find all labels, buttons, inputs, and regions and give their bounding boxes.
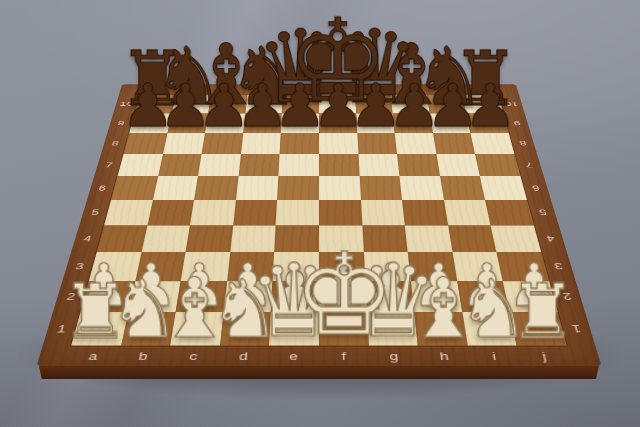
square-j9: ♟	[466, 113, 508, 133]
square-e5	[276, 200, 319, 225]
square-j6	[480, 176, 527, 200]
rank-label-10: 10	[500, 100, 523, 107]
square-g6	[359, 176, 402, 200]
file-label-c: c	[168, 349, 220, 362]
square-i6	[440, 176, 485, 200]
square-a6	[111, 176, 158, 200]
square-c5	[190, 200, 236, 225]
chess-board: ♜♞♝♞♛♚♛♝♞♜♟♟♟♟♟♟♟♟♟♟♟♟♟♟♟♟♟♟♟♟♜♞♝♞♛♚♛♝♞♜…	[37, 84, 602, 366]
rank-label-7: 7	[516, 161, 541, 169]
square-i8	[433, 133, 476, 154]
square-f8	[319, 133, 358, 154]
square-f1: ♚	[319, 312, 369, 345]
square-i5	[444, 200, 491, 225]
square-c8	[202, 133, 243, 154]
square-e8	[280, 133, 319, 154]
square-d5	[233, 200, 277, 225]
square-f7	[319, 154, 359, 176]
square-a4	[97, 225, 147, 252]
square-e6	[277, 176, 319, 200]
white-king: ♚	[293, 238, 395, 352]
rank-label-5: 5	[82, 208, 109, 217]
square-b7	[158, 154, 202, 176]
rank-label-6: 6	[523, 184, 549, 193]
square-j8	[471, 133, 515, 154]
square-d8	[241, 133, 281, 154]
square-f6	[319, 176, 361, 200]
square-i7	[436, 154, 480, 176]
rank-label-6: 6	[89, 184, 115, 193]
square-a7	[117, 154, 162, 176]
square-e7	[279, 154, 319, 176]
rank-label-10: 10	[115, 100, 138, 107]
square-h7	[397, 154, 440, 176]
rank-label-5: 5	[529, 208, 556, 217]
square-d7	[238, 154, 280, 176]
square-h6	[400, 176, 444, 200]
file-label-a: a	[67, 349, 120, 362]
file-label-b: b	[117, 349, 170, 362]
square-a8	[124, 133, 168, 154]
square-c6	[194, 176, 238, 200]
square-h5	[402, 200, 448, 225]
file-label-j: j	[518, 349, 571, 362]
board-front-edge	[39, 366, 599, 379]
file-label-d: d	[218, 349, 269, 362]
rank-label-9: 9	[109, 120, 133, 127]
white-bishop: ♝	[158, 267, 232, 350]
square-b4	[141, 225, 190, 252]
square-j4	[491, 225, 541, 252]
rank-label-8: 8	[103, 140, 127, 148]
square-b8	[163, 133, 206, 154]
square-g8	[357, 133, 397, 154]
square-c4	[186, 225, 233, 252]
square-f5	[319, 200, 362, 225]
file-label-i: i	[468, 349, 521, 362]
rank-label-4: 4	[536, 234, 564, 244]
square-c1: ♝	[170, 312, 223, 345]
square-b5	[147, 200, 194, 225]
square-g7	[358, 154, 400, 176]
square-c7	[198, 154, 241, 176]
board-grid: ♜♞♝♞♛♚♛♝♞♜♟♟♟♟♟♟♟♟♟♟♟♟♟♟♟♟♟♟♟♟♜♞♝♞♛♚♛♝♞♜	[71, 95, 566, 346]
photo-backdrop: ♜♞♝♞♛♚♛♝♞♜♟♟♟♟♟♟♟♟♟♟♟♟♟♟♟♟♟♟♟♟♜♞♝♞♛♚♛♝♞♜…	[0, 0, 640, 427]
rank-label-7: 7	[96, 161, 121, 169]
square-j7	[475, 154, 520, 176]
file-label-h: h	[418, 349, 470, 362]
rank-label-4: 4	[74, 234, 102, 244]
square-j5	[485, 200, 533, 225]
square-h8	[395, 133, 436, 154]
rank-label-8: 8	[511, 140, 535, 148]
square-g5	[361, 200, 405, 225]
square-d6	[236, 176, 279, 200]
square-b6	[153, 176, 198, 200]
square-a5	[104, 200, 152, 225]
square-i4	[448, 225, 497, 252]
rank-label-9: 9	[505, 120, 529, 127]
